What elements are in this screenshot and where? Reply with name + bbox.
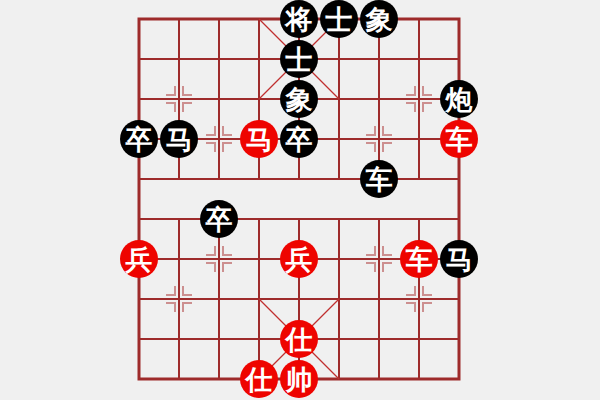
point-8-9[interactable]	[439, 359, 479, 399]
point-3-5[interactable]	[239, 199, 279, 239]
point-8-1[interactable]	[439, 39, 479, 79]
point-7-9[interactable]	[399, 359, 439, 399]
point-1-1[interactable]	[159, 39, 199, 79]
point-4-9[interactable]: 帅	[279, 359, 319, 399]
point-3-4[interactable]	[239, 159, 279, 199]
point-4-8[interactable]: 仕	[279, 319, 319, 359]
point-6-5[interactable]	[359, 199, 399, 239]
point-2-1[interactable]	[199, 39, 239, 79]
point-6-4[interactable]: 车	[359, 159, 399, 199]
board-points: 将士象士象炮卒马马卒车车卒兵兵车马仕仕帅	[119, 0, 479, 399]
point-8-6[interactable]: 马	[439, 239, 479, 279]
point-6-8[interactable]	[359, 319, 399, 359]
point-7-5[interactable]	[399, 199, 439, 239]
piece-red-soldier[interactable]: 兵	[280, 240, 318, 278]
piece-black-elephant[interactable]: 象	[360, 0, 398, 38]
point-0-3[interactable]: 卒	[119, 119, 159, 159]
point-8-4[interactable]	[439, 159, 479, 199]
point-6-9[interactable]	[359, 359, 399, 399]
piece-black-chariot[interactable]: 车	[360, 160, 398, 198]
point-7-3[interactable]	[399, 119, 439, 159]
point-2-0[interactable]	[199, 0, 239, 39]
point-5-3[interactable]	[319, 119, 359, 159]
point-5-5[interactable]	[319, 199, 359, 239]
point-0-0[interactable]	[119, 0, 159, 39]
point-1-3[interactable]: 马	[159, 119, 199, 159]
point-0-9[interactable]	[119, 359, 159, 399]
piece-black-soldier[interactable]: 卒	[120, 120, 158, 158]
point-0-4[interactable]	[119, 159, 159, 199]
point-6-3[interactable]	[359, 119, 399, 159]
point-8-7[interactable]	[439, 279, 479, 319]
point-2-6[interactable]	[199, 239, 239, 279]
piece-red-advisor[interactable]: 仕	[280, 320, 318, 358]
point-5-7[interactable]	[319, 279, 359, 319]
point-5-6[interactable]	[319, 239, 359, 279]
point-3-3[interactable]: 马	[239, 119, 279, 159]
point-3-8[interactable]	[239, 319, 279, 359]
point-4-0[interactable]: 将	[279, 0, 319, 39]
point-6-0[interactable]: 象	[359, 0, 399, 39]
piece-red-horse[interactable]: 马	[240, 120, 278, 158]
point-7-0[interactable]	[399, 0, 439, 39]
point-4-6[interactable]: 兵	[279, 239, 319, 279]
piece-red-general[interactable]: 帅	[280, 360, 318, 398]
point-5-2[interactable]	[319, 79, 359, 119]
point-6-6[interactable]	[359, 239, 399, 279]
point-5-4[interactable]	[319, 159, 359, 199]
point-5-0[interactable]: 士	[319, 0, 359, 39]
piece-black-soldier[interactable]: 卒	[200, 200, 238, 238]
point-6-1[interactable]	[359, 39, 399, 79]
xiangqi-board: 将士象士象炮卒马马卒车车卒兵兵车马仕仕帅	[0, 0, 600, 400]
point-1-2[interactable]	[159, 79, 199, 119]
point-3-7[interactable]	[239, 279, 279, 319]
point-2-2[interactable]	[199, 79, 239, 119]
piece-black-elephant[interactable]: 象	[280, 80, 318, 118]
point-2-8[interactable]	[199, 319, 239, 359]
piece-black-cannon[interactable]: 炮	[440, 80, 478, 118]
point-3-6[interactable]	[239, 239, 279, 279]
point-1-4[interactable]	[159, 159, 199, 199]
point-6-7[interactable]	[359, 279, 399, 319]
piece-black-soldier[interactable]: 卒	[280, 120, 318, 158]
point-0-8[interactable]	[119, 319, 159, 359]
piece-black-advisor[interactable]: 士	[280, 40, 318, 78]
point-7-1[interactable]	[399, 39, 439, 79]
point-1-7[interactable]	[159, 279, 199, 319]
point-7-6[interactable]: 车	[399, 239, 439, 279]
point-0-6[interactable]: 兵	[119, 239, 159, 279]
point-3-1[interactable]	[239, 39, 279, 79]
piece-black-horse[interactable]: 马	[440, 240, 478, 278]
piece-red-soldier[interactable]: 兵	[120, 240, 158, 278]
point-2-3[interactable]	[199, 119, 239, 159]
piece-black-horse[interactable]: 马	[160, 120, 198, 158]
point-2-7[interactable]	[199, 279, 239, 319]
point-1-5[interactable]	[159, 199, 199, 239]
point-6-2[interactable]	[359, 79, 399, 119]
point-8-0[interactable]	[439, 0, 479, 39]
point-4-7[interactable]	[279, 279, 319, 319]
point-8-5[interactable]	[439, 199, 479, 239]
point-3-9[interactable]: 仕	[239, 359, 279, 399]
point-1-6[interactable]	[159, 239, 199, 279]
point-8-2[interactable]: 炮	[439, 79, 479, 119]
point-5-1[interactable]	[319, 39, 359, 79]
point-3-2[interactable]	[239, 79, 279, 119]
point-7-2[interactable]	[399, 79, 439, 119]
piece-red-chariot[interactable]: 车	[440, 120, 478, 158]
point-2-5[interactable]: 卒	[199, 199, 239, 239]
point-2-4[interactable]	[199, 159, 239, 199]
point-7-4[interactable]	[399, 159, 439, 199]
point-4-5[interactable]	[279, 199, 319, 239]
point-7-7[interactable]	[399, 279, 439, 319]
point-4-3[interactable]: 卒	[279, 119, 319, 159]
point-4-1[interactable]: 士	[279, 39, 319, 79]
point-7-8[interactable]	[399, 319, 439, 359]
piece-red-advisor[interactable]: 仕	[240, 360, 278, 398]
point-2-9[interactable]	[199, 359, 239, 399]
point-0-5[interactable]	[119, 199, 159, 239]
point-8-8[interactable]	[439, 319, 479, 359]
point-5-8[interactable]	[319, 319, 359, 359]
piece-black-advisor[interactable]: 士	[320, 0, 358, 38]
point-0-1[interactable]	[119, 39, 159, 79]
point-0-7[interactable]	[119, 279, 159, 319]
point-4-2[interactable]: 象	[279, 79, 319, 119]
point-0-2[interactable]	[119, 79, 159, 119]
point-8-3[interactable]: 车	[439, 119, 479, 159]
point-1-8[interactable]	[159, 319, 199, 359]
point-3-0[interactable]	[239, 0, 279, 39]
point-5-9[interactable]	[319, 359, 359, 399]
piece-black-general[interactable]: 将	[280, 0, 318, 38]
point-1-9[interactable]	[159, 359, 199, 399]
piece-red-chariot[interactable]: 车	[400, 240, 438, 278]
point-1-0[interactable]	[159, 0, 199, 39]
point-4-4[interactable]	[279, 159, 319, 199]
